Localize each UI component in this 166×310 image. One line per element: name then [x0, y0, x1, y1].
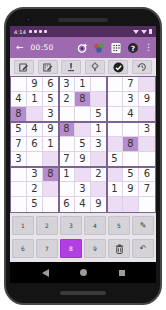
sudoku-board: 9631741528398354549813761538379538125623…	[10, 76, 156, 213]
cell-r2c5[interactable]: 8	[75, 92, 91, 107]
status-bar: 4:14	[10, 26, 156, 37]
cell-r8c7[interactable]: 1	[107, 182, 123, 197]
cell-r1c5[interactable]: 1	[75, 77, 91, 92]
cell-r6c1[interactable]: 3	[11, 152, 27, 167]
cell-r6c4[interactable]: 7	[59, 152, 75, 167]
cell-r3c4[interactable]	[59, 107, 75, 122]
notification-icon	[39, 30, 42, 33]
cell-r2c2[interactable]: 1	[27, 92, 43, 107]
battery-icon	[149, 29, 152, 34]
cell-r4c2[interactable]: 4	[27, 122, 43, 137]
cell-r7c6[interactable]: 2	[91, 167, 107, 182]
cell-r2c7[interactable]	[107, 92, 123, 107]
earpiece-speaker	[58, 18, 108, 22]
cell-r3c5[interactable]	[75, 107, 91, 122]
box-border-line	[58, 77, 60, 212]
signal-icon	[141, 30, 147, 34]
cell-r7c7[interactable]	[107, 167, 123, 182]
cell-r7c1[interactable]	[11, 167, 27, 182]
cell-r4c3[interactable]: 9	[43, 122, 59, 137]
cell-r4c4[interactable]: 8	[59, 122, 75, 137]
cell-r5c9[interactable]	[139, 137, 155, 152]
sparkle-icon[interactable]	[76, 42, 88, 54]
trash-button[interactable]	[108, 239, 130, 258]
screen: 4:14 ← 00:50	[10, 26, 156, 283]
cell-r8c2[interactable]: 2	[27, 182, 43, 197]
cell-r6c6[interactable]	[91, 152, 107, 167]
cell-r2c4[interactable]: 2	[59, 92, 75, 107]
cell-r4c6[interactable]: 1	[91, 122, 107, 137]
cell-r8c3[interactable]	[43, 182, 59, 197]
cell-r9c2[interactable]: 5	[27, 197, 43, 212]
reset-icon[interactable]	[132, 60, 152, 74]
check-icon[interactable]	[108, 60, 128, 74]
keypad: 12345✎6789↶	[10, 216, 156, 262]
notification-icon	[34, 30, 37, 33]
screenshot-root: 4:14 ← 00:50	[0, 0, 166, 310]
cell-r3c1[interactable]: 8	[11, 107, 27, 122]
cell-r8c1[interactable]	[11, 182, 27, 197]
cell-r8c9[interactable]: 7	[139, 182, 155, 197]
cell-r8c6[interactable]	[91, 182, 107, 197]
digit-key-1[interactable]: 1	[12, 216, 34, 235]
cell-r1c4[interactable]: 3	[59, 77, 75, 92]
nav-bar	[10, 262, 156, 283]
back-button[interactable]	[42, 269, 49, 277]
cell-r5c5[interactable]: 5	[75, 137, 91, 152]
app-bar: ← 00:50	[10, 37, 156, 58]
game-timer: 00:50	[31, 43, 54, 52]
wifi-icon	[133, 30, 139, 34]
cell-r7c2[interactable]: 3	[27, 167, 43, 182]
digit-key-9[interactable]: 9	[84, 239, 106, 258]
cell-r8c5[interactable]: 3	[75, 182, 91, 197]
digit-key-7[interactable]: 7	[36, 239, 58, 258]
cell-r5c2[interactable]: 6	[27, 137, 43, 152]
cell-r5c3[interactable]: 1	[43, 137, 59, 152]
cell-r5c1[interactable]: 7	[11, 137, 27, 152]
digit-key-4[interactable]: 4	[84, 216, 106, 235]
cell-r2c6[interactable]	[91, 92, 107, 107]
digit-key-6[interactable]: 6	[12, 239, 34, 258]
home-button[interactable]	[80, 269, 87, 276]
cell-r4c7[interactable]	[107, 122, 123, 137]
cell-r9c5[interactable]: 4	[75, 197, 91, 212]
cell-r4c1[interactable]: 5	[11, 122, 27, 137]
cell-r5c7[interactable]	[107, 137, 123, 152]
notification-icon	[44, 30, 47, 33]
pencil-button[interactable]: ✎	[132, 216, 154, 235]
back-arrow-button[interactable]: ←	[16, 43, 24, 52]
pen-mode-icon[interactable]	[14, 60, 34, 74]
digit-key-2[interactable]: 2	[36, 216, 58, 235]
cell-r6c8[interactable]	[123, 152, 139, 167]
overflow-menu-icon[interactable]: ⋮	[144, 43, 150, 52]
front-camera	[26, 17, 31, 22]
help-icon[interactable]: ?	[127, 42, 139, 54]
cell-r9c8[interactable]	[123, 197, 139, 212]
cell-r9c1[interactable]	[11, 197, 27, 212]
digit-key-3[interactable]: 3	[60, 216, 82, 235]
bottom-speaker	[60, 291, 106, 295]
cell-r3c2[interactable]	[27, 107, 43, 122]
cell-r5c8[interactable]: 8	[123, 137, 139, 152]
cell-r6c3[interactable]	[43, 152, 59, 167]
cell-r9c7[interactable]	[107, 197, 123, 212]
cell-r1c6[interactable]	[91, 77, 107, 92]
cell-r1c3[interactable]: 6	[43, 77, 59, 92]
cell-r9c3[interactable]	[43, 197, 59, 212]
cell-r7c5[interactable]	[75, 167, 91, 182]
cell-r9c4[interactable]: 6	[59, 197, 75, 212]
palette-icon[interactable]	[93, 42, 105, 54]
cell-r3c3[interactable]: 3	[43, 107, 59, 122]
hint-icon[interactable]	[85, 60, 105, 74]
cell-r7c8[interactable]: 5	[123, 167, 139, 182]
cell-r1c8[interactable]: 7	[123, 77, 139, 92]
cell-r2c3[interactable]: 5	[43, 92, 59, 107]
cell-r1c9[interactable]	[139, 77, 155, 92]
notification-icon	[29, 30, 32, 33]
cell-r9c9[interactable]	[139, 197, 155, 212]
digit-key-5[interactable]: 5	[108, 216, 130, 235]
cell-r2c9[interactable]: 9	[139, 92, 155, 107]
cell-r3c6[interactable]: 5	[91, 107, 107, 122]
cell-r1c7[interactable]	[107, 77, 123, 92]
cell-r7c4[interactable]: 1	[59, 167, 75, 182]
notification-icons	[29, 30, 133, 33]
cell-r8c8[interactable]: 9	[123, 182, 139, 197]
cell-r9c6[interactable]: 9	[91, 197, 107, 212]
box-border-line	[11, 121, 155, 123]
cell-r5c6[interactable]: 3	[91, 137, 107, 152]
cell-r8c4[interactable]	[59, 182, 75, 197]
toolbar	[10, 58, 156, 76]
cell-r1c1[interactable]	[11, 77, 27, 92]
cell-r7c9[interactable]: 6	[139, 167, 155, 182]
phone-frame: 4:14 ← 00:50	[4, 7, 162, 305]
cell-r3c7[interactable]	[107, 107, 123, 122]
status-time: 4:14	[14, 29, 26, 35]
svg-text:?: ?	[131, 44, 135, 52]
cell-r4c8[interactable]	[123, 122, 139, 137]
recents-button[interactable]	[119, 270, 125, 276]
cell-r5c4[interactable]	[59, 137, 75, 152]
box-border-line	[106, 77, 108, 212]
cell-r4c9[interactable]: 3	[139, 122, 155, 137]
cell-r3c9[interactable]	[139, 107, 155, 122]
fill-mode-icon[interactable]	[61, 60, 81, 74]
cell-r2c8[interactable]: 3	[123, 92, 139, 107]
box-border-line	[11, 166, 155, 168]
cell-r6c9[interactable]	[139, 152, 155, 167]
cell-r4c5[interactable]	[75, 122, 91, 137]
cell-r2c1[interactable]: 4	[11, 92, 27, 107]
cell-r6c7[interactable]: 5	[107, 152, 123, 167]
notes-mode-icon[interactable]	[38, 60, 58, 74]
digit-key-8[interactable]: 8	[60, 239, 82, 258]
cell-r7c3[interactable]: 8	[43, 167, 59, 182]
cell-r6c2[interactable]	[27, 152, 43, 167]
cell-r1c2[interactable]: 9	[27, 77, 43, 92]
keypad-icon[interactable]	[110, 42, 122, 54]
cell-r3c8[interactable]: 4	[123, 107, 139, 122]
cell-r6c5[interactable]: 9	[75, 152, 91, 167]
undo-button[interactable]: ↶	[132, 239, 154, 258]
